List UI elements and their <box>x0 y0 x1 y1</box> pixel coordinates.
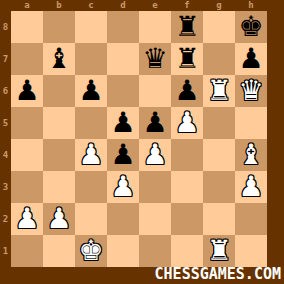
white-king[interactable]: ♚ <box>78 235 103 267</box>
chess-diagram: abcdefgh 87654321 ♜♚♝♛♜♟♟♟♟♜♛♟♟♟♟♟♟♝♟♟♟♟… <box>0 0 284 284</box>
square-b8[interactable] <box>43 11 75 43</box>
square-a2[interactable]: ♟ <box>11 203 43 235</box>
square-g7[interactable] <box>203 43 235 75</box>
file-label-g: g <box>203 0 235 11</box>
white-pawn[interactable]: ♟ <box>14 203 39 235</box>
square-c7[interactable] <box>75 43 107 75</box>
black-king[interactable]: ♚ <box>238 11 263 43</box>
rank-label-7: 7 <box>0 43 11 75</box>
file-label-e: e <box>139 0 171 11</box>
square-b4[interactable] <box>43 139 75 171</box>
black-pawn[interactable]: ♟ <box>110 107 135 139</box>
square-b1[interactable] <box>43 235 75 267</box>
square-b3[interactable] <box>43 171 75 203</box>
square-h4[interactable]: ♝ <box>235 139 267 171</box>
square-g8[interactable] <box>203 11 235 43</box>
square-e5[interactable]: ♟ <box>139 107 171 139</box>
square-h7[interactable]: ♟ <box>235 43 267 75</box>
square-d4[interactable]: ♟ <box>107 139 139 171</box>
square-d8[interactable] <box>107 11 139 43</box>
square-g6[interactable]: ♜ <box>203 75 235 107</box>
square-g4[interactable] <box>203 139 235 171</box>
file-label-a: a <box>11 0 43 11</box>
square-a1[interactable] <box>11 235 43 267</box>
square-h1[interactable] <box>235 235 267 267</box>
black-pawn[interactable]: ♟ <box>14 75 39 107</box>
square-b5[interactable] <box>43 107 75 139</box>
black-queen[interactable]: ♛ <box>142 43 167 75</box>
square-h3[interactable]: ♟ <box>235 171 267 203</box>
square-f8[interactable]: ♜ <box>171 11 203 43</box>
square-g3[interactable] <box>203 171 235 203</box>
watermark-text: CHESSGAMES.COM <box>155 265 281 283</box>
square-e2[interactable] <box>139 203 171 235</box>
square-e8[interactable] <box>139 11 171 43</box>
black-rook[interactable]: ♜ <box>174 43 199 75</box>
square-e4[interactable]: ♟ <box>139 139 171 171</box>
square-h8[interactable]: ♚ <box>235 11 267 43</box>
white-pawn[interactable]: ♟ <box>238 171 263 203</box>
square-f6[interactable]: ♟ <box>171 75 203 107</box>
square-c2[interactable] <box>75 203 107 235</box>
white-bishop[interactable]: ♝ <box>238 139 263 171</box>
square-a4[interactable] <box>11 139 43 171</box>
file-label-d: d <box>107 0 139 11</box>
black-pawn[interactable]: ♟ <box>78 75 103 107</box>
square-f4[interactable] <box>171 139 203 171</box>
chess-board[interactable]: ♜♚♝♛♜♟♟♟♟♜♛♟♟♟♟♟♟♝♟♟♟♟♚♜ <box>11 11 267 267</box>
square-d7[interactable] <box>107 43 139 75</box>
black-pawn[interactable]: ♟ <box>142 107 167 139</box>
rank-label-4: 4 <box>0 139 11 171</box>
rank-label-1: 1 <box>0 235 11 267</box>
white-rook[interactable]: ♜ <box>206 235 231 267</box>
rank-label-8: 8 <box>0 11 11 43</box>
square-g1[interactable]: ♜ <box>203 235 235 267</box>
square-d3[interactable]: ♟ <box>107 171 139 203</box>
square-f1[interactable] <box>171 235 203 267</box>
square-c3[interactable] <box>75 171 107 203</box>
black-bishop[interactable]: ♝ <box>46 43 71 75</box>
square-h2[interactable] <box>235 203 267 235</box>
square-d1[interactable] <box>107 235 139 267</box>
square-a7[interactable] <box>11 43 43 75</box>
white-pawn[interactable]: ♟ <box>78 139 103 171</box>
square-e1[interactable] <box>139 235 171 267</box>
white-rook[interactable]: ♜ <box>206 75 231 107</box>
square-c1[interactable]: ♚ <box>75 235 107 267</box>
square-f3[interactable] <box>171 171 203 203</box>
square-e3[interactable] <box>139 171 171 203</box>
square-e7[interactable]: ♛ <box>139 43 171 75</box>
rank-label-2: 2 <box>0 203 11 235</box>
black-pawn[interactable]: ♟ <box>110 139 135 171</box>
white-pawn[interactable]: ♟ <box>142 139 167 171</box>
square-a8[interactable] <box>11 11 43 43</box>
square-c5[interactable] <box>75 107 107 139</box>
square-d6[interactable] <box>107 75 139 107</box>
square-a5[interactable] <box>11 107 43 139</box>
square-a6[interactable]: ♟ <box>11 75 43 107</box>
square-c8[interactable] <box>75 11 107 43</box>
square-g5[interactable] <box>203 107 235 139</box>
square-a3[interactable] <box>11 171 43 203</box>
square-e6[interactable] <box>139 75 171 107</box>
square-f7[interactable]: ♜ <box>171 43 203 75</box>
square-c6[interactable]: ♟ <box>75 75 107 107</box>
square-c4[interactable]: ♟ <box>75 139 107 171</box>
square-h5[interactable] <box>235 107 267 139</box>
file-label-c: c <box>75 0 107 11</box>
file-label-b: b <box>43 0 75 11</box>
square-d2[interactable] <box>107 203 139 235</box>
square-f2[interactable] <box>171 203 203 235</box>
black-pawn[interactable]: ♟ <box>238 43 263 75</box>
square-b7[interactable]: ♝ <box>43 43 75 75</box>
white-queen[interactable]: ♛ <box>238 75 263 107</box>
square-b6[interactable] <box>43 75 75 107</box>
square-f5[interactable]: ♟ <box>171 107 203 139</box>
black-pawn[interactable]: ♟ <box>174 75 199 107</box>
square-d5[interactable]: ♟ <box>107 107 139 139</box>
white-pawn[interactable]: ♟ <box>174 107 199 139</box>
white-pawn[interactable]: ♟ <box>46 203 71 235</box>
rank-label-6: 6 <box>0 75 11 107</box>
white-pawn[interactable]: ♟ <box>110 171 135 203</box>
black-rook[interactable]: ♜ <box>174 11 199 43</box>
square-h6[interactable]: ♛ <box>235 75 267 107</box>
rank-label-5: 5 <box>0 107 11 139</box>
square-g2[interactable] <box>203 203 235 235</box>
square-b2[interactable]: ♟ <box>43 203 75 235</box>
rank-label-3: 3 <box>0 171 11 203</box>
